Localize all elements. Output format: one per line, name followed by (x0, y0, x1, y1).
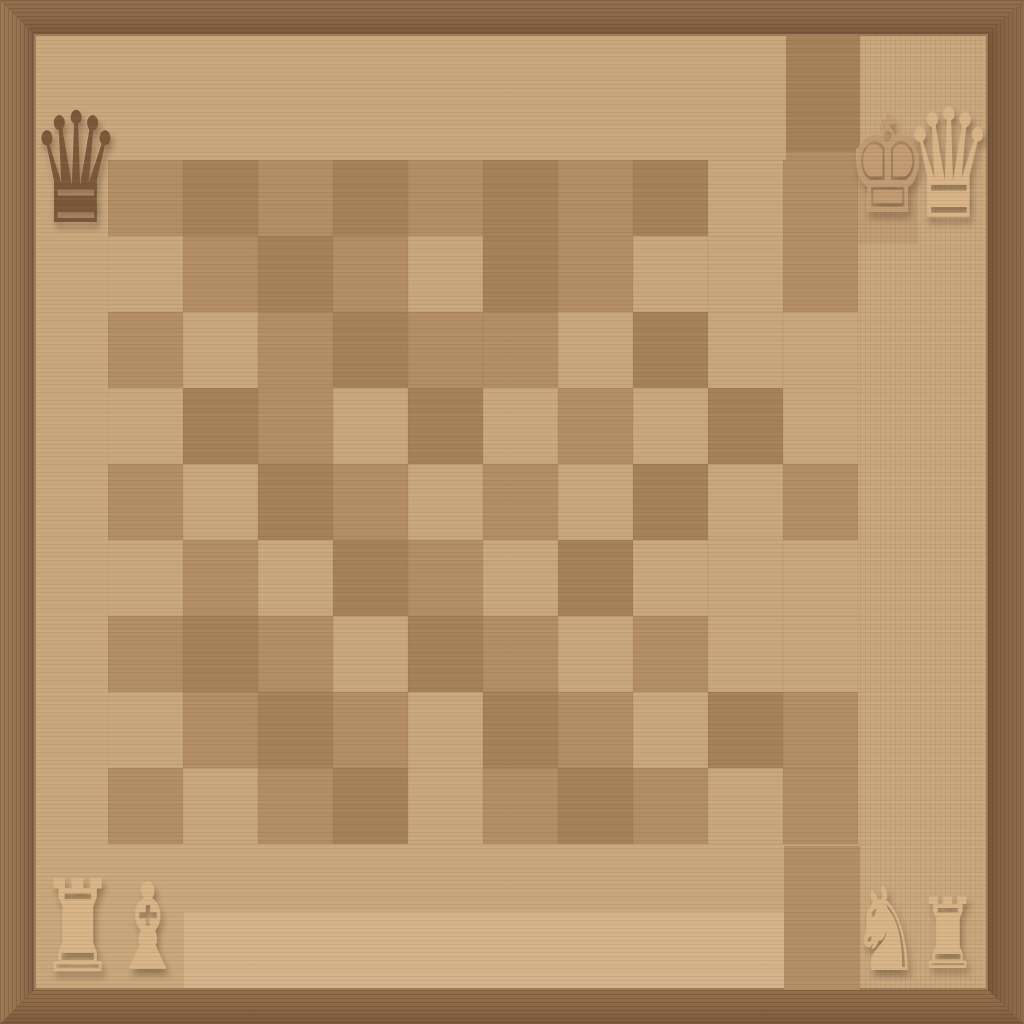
board-interior: ♛♚♛♜♝♞♜ (34, 34, 988, 990)
pieces-layer: ♛♚♛♜♝♞♜ (36, 36, 986, 988)
board-frame-left (0, 0, 34, 1024)
light-rook-bottom-left[interactable]: ♜ (40, 864, 116, 991)
board-frame-top (0, 0, 1024, 34)
chessboard-photo: ♛♚♛♜♝♞♜ (0, 0, 1024, 1024)
dark-queen-top-left[interactable]: ♛ (30, 92, 122, 246)
board-frame-right (988, 0, 1024, 1024)
board-frame-bottom (0, 990, 1024, 1024)
light-knight-bottom-right[interactable]: ♞ (852, 873, 921, 988)
light-queen-top-right[interactable]: ♛ (904, 89, 994, 240)
light-rook-bottom-right[interactable]: ♜ (919, 886, 978, 984)
light-bishop-bottom-left[interactable]: ♝ (112, 868, 184, 988)
